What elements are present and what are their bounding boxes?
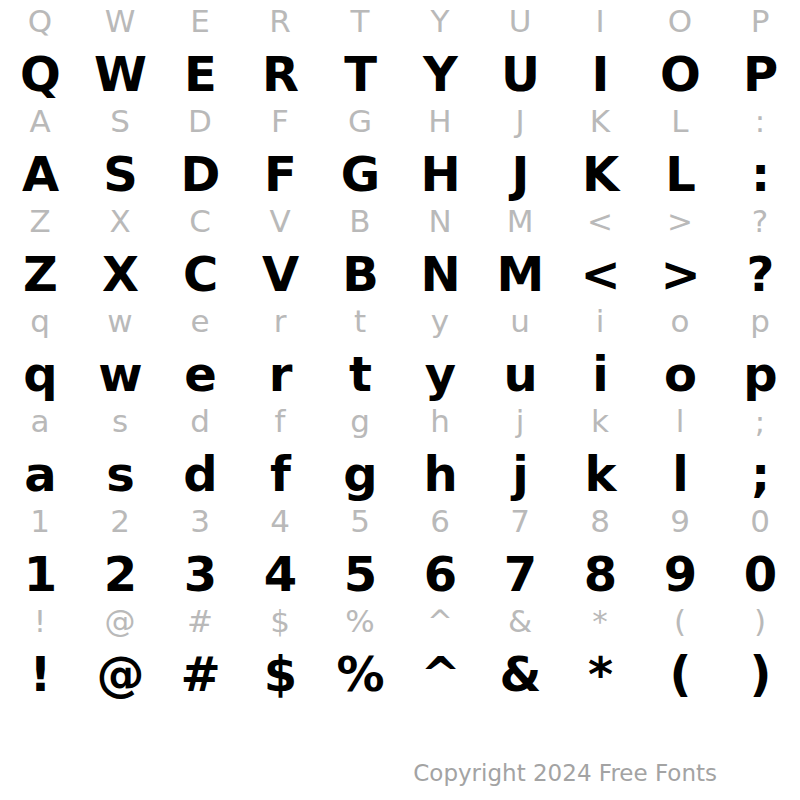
char-label: X (80, 200, 160, 242)
char-label: R (240, 0, 320, 42)
char-glyph: Y (400, 42, 480, 100)
char-label: o (640, 300, 720, 342)
char-label: 4 (240, 500, 320, 542)
char-glyph: 3 (160, 542, 240, 600)
char-glyph: s (80, 442, 160, 500)
char-label: M (480, 200, 560, 242)
char-label: f (240, 400, 320, 442)
char-glyph: I (560, 42, 640, 100)
char-label: t (320, 300, 400, 342)
char-label: U (480, 0, 560, 42)
char-label: ( (640, 600, 720, 642)
char-label: 9 (640, 500, 720, 542)
char-glyph: 8 (560, 542, 640, 600)
charmap-row-2: ASDFGHJKL:ASDFGHJKL: (0, 100, 800, 200)
char-glyph: D (160, 142, 240, 200)
char-label: P (720, 0, 800, 42)
char-label: 3 (160, 500, 240, 542)
char-label: B (320, 200, 400, 242)
glyph-row: qwertyuiop (0, 342, 800, 400)
char-label: 5 (320, 500, 400, 542)
char-label: C (160, 200, 240, 242)
char-glyph: 5 (320, 542, 400, 600)
char-glyph: 9 (640, 542, 720, 600)
char-label: 2 (80, 500, 160, 542)
char-label: > (640, 200, 720, 242)
char-glyph: p (720, 342, 800, 400)
char-glyph: S (80, 142, 160, 200)
char-label: 8 (560, 500, 640, 542)
char-label: g (320, 400, 400, 442)
char-glyph: T (320, 42, 400, 100)
glyph-row: asdfghjkl; (0, 442, 800, 500)
char-glyph: V (240, 242, 320, 300)
char-glyph: d (160, 442, 240, 500)
char-glyph: ; (720, 442, 800, 500)
charmap-row-3: ZXCVBNM<>?ZXCVBNM<>? (0, 200, 800, 300)
char-label: N (400, 200, 480, 242)
char-glyph: i (560, 342, 640, 400)
char-glyph: G (320, 142, 400, 200)
label-row: QWERTYUIOP (0, 0, 800, 42)
char-glyph: H (400, 142, 480, 200)
char-glyph: y (400, 342, 480, 400)
char-glyph: % (320, 642, 400, 700)
char-glyph: * (560, 642, 640, 700)
char-label: u (480, 300, 560, 342)
char-label: q (0, 300, 80, 342)
charmap-row-4: qwertyuiopqwertyuiop (0, 300, 800, 400)
char-glyph: h (400, 442, 480, 500)
char-label: j (480, 400, 560, 442)
char-glyph: o (640, 342, 720, 400)
glyph-row: QWERTYUIOP (0, 42, 800, 100)
char-label: J (480, 100, 560, 142)
char-glyph: g (320, 442, 400, 500)
charmap-row-1: QWERTYUIOPQWERTYUIOP (0, 0, 800, 100)
character-map-grid: QWERTYUIOPQWERTYUIOPASDFGHJKL:ASDFGHJKL:… (0, 0, 800, 700)
charmap-row-5: asdfghjkl;asdfghjkl; (0, 400, 800, 500)
char-label: i (560, 300, 640, 342)
char-glyph: 6 (400, 542, 480, 600)
char-label: < (560, 200, 640, 242)
char-glyph: u (480, 342, 560, 400)
char-label: E (160, 0, 240, 42)
char-label: e (160, 300, 240, 342)
char-label: ^ (400, 600, 480, 642)
char-glyph: > (640, 242, 720, 300)
char-label: y (400, 300, 480, 342)
char-label: T (320, 0, 400, 42)
char-label: k (560, 400, 640, 442)
glyph-row: ZXCVBNM<>? (0, 242, 800, 300)
char-glyph: F (240, 142, 320, 200)
char-glyph: O (640, 42, 720, 100)
char-glyph: Q (0, 42, 80, 100)
char-glyph: 2 (80, 542, 160, 600)
char-glyph: L (640, 142, 720, 200)
glyph-row: ASDFGHJKL: (0, 142, 800, 200)
char-glyph: 0 (720, 542, 800, 600)
char-glyph: # (160, 642, 240, 700)
char-label: Y (400, 0, 480, 42)
char-glyph: & (480, 642, 560, 700)
char-glyph: 4 (240, 542, 320, 600)
char-glyph: C (160, 242, 240, 300)
char-label: G (320, 100, 400, 142)
char-label: I (560, 0, 640, 42)
char-glyph: $ (240, 642, 320, 700)
char-glyph: ) (720, 642, 800, 700)
char-glyph: t (320, 342, 400, 400)
label-row: asdfghjkl; (0, 400, 800, 442)
char-glyph: Z (0, 242, 80, 300)
char-label: H (400, 100, 480, 142)
char-label: V (240, 200, 320, 242)
char-label: % (320, 600, 400, 642)
char-glyph: M (480, 242, 560, 300)
char-glyph: ^ (400, 642, 480, 700)
char-label: ? (720, 200, 800, 242)
glyph-row: !@#$%^&*() (0, 642, 800, 700)
char-label: : (720, 100, 800, 142)
char-glyph: A (0, 142, 80, 200)
char-label: 1 (0, 500, 80, 542)
char-label: p (720, 300, 800, 342)
char-glyph: K (560, 142, 640, 200)
char-label: A (0, 100, 80, 142)
char-label: S (80, 100, 160, 142)
char-label: # (160, 600, 240, 642)
charmap-row-7: !@#$%^&*()!@#$%^&*() (0, 600, 800, 700)
char-glyph: W (80, 42, 160, 100)
char-glyph: ! (0, 642, 80, 700)
char-label: F (240, 100, 320, 142)
copyright-text: Copyright 2024 Free Fonts (413, 760, 717, 786)
char-label: d (160, 400, 240, 442)
char-glyph: P (720, 42, 800, 100)
char-label: ! (0, 600, 80, 642)
charmap-row-6: 12345678901234567890 (0, 500, 800, 600)
char-label: W (80, 0, 160, 42)
char-label: h (400, 400, 480, 442)
char-glyph: k (560, 442, 640, 500)
char-glyph: j (480, 442, 560, 500)
char-label: Z (0, 200, 80, 242)
char-label: ) (720, 600, 800, 642)
char-glyph: N (400, 242, 480, 300)
char-label: w (80, 300, 160, 342)
char-label: $ (240, 600, 320, 642)
char-glyph: ( (640, 642, 720, 700)
char-label: D (160, 100, 240, 142)
char-glyph: a (0, 442, 80, 500)
char-glyph: U (480, 42, 560, 100)
char-label: O (640, 0, 720, 42)
char-glyph: w (80, 342, 160, 400)
char-glyph: < (560, 242, 640, 300)
char-glyph: B (320, 242, 400, 300)
char-glyph: ? (720, 242, 800, 300)
label-row: ZXCVBNM<>? (0, 200, 800, 242)
char-label: 7 (480, 500, 560, 542)
label-row: !@#$%^&*() (0, 600, 800, 642)
char-label: & (480, 600, 560, 642)
label-row: qwertyuiop (0, 300, 800, 342)
char-label: K (560, 100, 640, 142)
char-glyph: @ (80, 642, 160, 700)
char-glyph: E (160, 42, 240, 100)
char-label: L (640, 100, 720, 142)
char-glyph: r (240, 342, 320, 400)
label-row: ASDFGHJKL: (0, 100, 800, 142)
char-glyph: 7 (480, 542, 560, 600)
char-glyph: R (240, 42, 320, 100)
char-glyph: q (0, 342, 80, 400)
char-glyph: 1 (0, 542, 80, 600)
char-glyph: X (80, 242, 160, 300)
char-label: 6 (400, 500, 480, 542)
char-glyph: : (720, 142, 800, 200)
char-label: 0 (720, 500, 800, 542)
char-label: Q (0, 0, 80, 42)
char-label: r (240, 300, 320, 342)
label-row: 1234567890 (0, 500, 800, 542)
char-label: a (0, 400, 80, 442)
char-label: ; (720, 400, 800, 442)
char-glyph: l (640, 442, 720, 500)
char-glyph: J (480, 142, 560, 200)
char-glyph: f (240, 442, 320, 500)
glyph-row: 1234567890 (0, 542, 800, 600)
char-label: * (560, 600, 640, 642)
char-label: @ (80, 600, 160, 642)
char-glyph: e (160, 342, 240, 400)
char-label: l (640, 400, 720, 442)
char-label: s (80, 400, 160, 442)
